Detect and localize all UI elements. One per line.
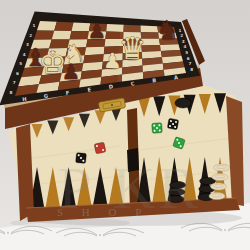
rank-label: 6 — [187, 56, 190, 61]
rank-label: 2 — [29, 33, 32, 38]
checker-stack-black-checker-rear — [175, 98, 191, 108]
chess-square — [54, 22, 73, 31]
chess-square — [83, 54, 104, 63]
watermark-shop-text: S H O P — [57, 206, 149, 218]
rank-label: 5 — [185, 50, 188, 55]
rank-label: 1 — [32, 23, 35, 28]
rank-label: 8 — [10, 90, 13, 95]
rank-label: 7 — [189, 61, 192, 66]
rank-label: 3 — [182, 39, 185, 44]
watermark-letter: R — [158, 155, 198, 221]
chess-square — [37, 21, 57, 31]
checker-cream — [211, 183, 227, 190]
file-label: A — [174, 74, 179, 80]
rank-label: 7 — [13, 80, 16, 85]
chess-square — [34, 30, 54, 39]
chess-square — [85, 47, 105, 56]
file-label: H — [22, 96, 27, 102]
chess-piece-white-queen: ♛ — [118, 30, 146, 66]
product-photo: HGFEDCBA1122334455667788♞♟♛♞♝♚♟♟PKRS H O… — [0, 0, 250, 250]
chess-piece-black-pawn: ♟ — [62, 60, 81, 84]
checker-black — [175, 98, 191, 108]
rank-label: 4 — [183, 44, 186, 49]
scene-svg: HGFEDCBA1122334455667788♞♟♛♞♝♚♟♟PKRS H O… — [0, 0, 250, 250]
checker-cream — [214, 164, 230, 171]
rank-label: 6 — [16, 71, 19, 76]
die-black-die-right — [167, 118, 179, 130]
chess-piece-white-pawn: ♟ — [103, 49, 122, 73]
checker-cream — [209, 192, 225, 199]
file-label: G — [43, 93, 48, 99]
file-label: B — [152, 77, 157, 83]
die-red-die — [94, 142, 106, 154]
rank-label: 5 — [19, 61, 22, 66]
rank-label: 8 — [190, 67, 193, 72]
chess-piece-black-knight: ♞ — [156, 15, 179, 45]
die-green-die-upper — [152, 123, 163, 134]
rank-label: 2 — [180, 33, 183, 38]
chess-piece-black-pawn: ♟ — [88, 19, 107, 43]
checker-cream — [212, 173, 228, 180]
